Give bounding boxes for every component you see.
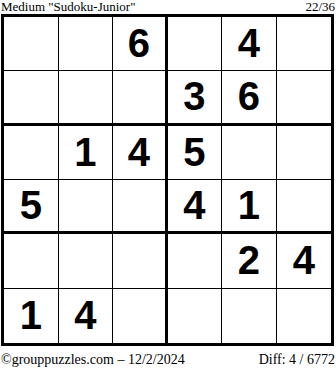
puzzle-header: Medium "Sudoku-Junior" 22/36 [0, 0, 336, 14]
cell-r5c2[interactable] [59, 234, 114, 288]
cell-r2c2[interactable] [59, 71, 114, 125]
cell-r1c5[interactable]: 4 [222, 17, 277, 71]
cell-r5c1[interactable] [4, 234, 59, 288]
cell-r2c5[interactable]: 6 [222, 71, 277, 125]
cell-r5c3[interactable] [113, 234, 168, 288]
cell-r3c1[interactable] [4, 126, 59, 180]
cell-r4c5[interactable]: 1 [222, 180, 277, 234]
cell-r2c1[interactable] [4, 71, 59, 125]
cell-r1c2[interactable] [59, 17, 114, 71]
copyright-text: ©grouppuzzles.com – 12/2/2024 [1, 353, 185, 367]
cell-r3c2[interactable]: 1 [59, 126, 114, 180]
cell-r6c6[interactable] [277, 289, 332, 343]
cell-r2c3[interactable] [113, 71, 168, 125]
cell-r6c2[interactable]: 4 [59, 289, 114, 343]
cell-r1c4[interactable] [168, 17, 223, 71]
cell-r5c5[interactable]: 2 [222, 234, 277, 288]
cell-r6c5[interactable] [222, 289, 277, 343]
cell-r5c4[interactable] [168, 234, 223, 288]
puzzle-page: Medium "Sudoku-Junior" 22/36 64361455412… [0, 0, 336, 370]
cell-r1c1[interactable] [4, 17, 59, 71]
cell-r5c6[interactable]: 4 [277, 234, 332, 288]
cell-r2c4[interactable]: 3 [168, 71, 223, 125]
cell-r3c5[interactable] [222, 126, 277, 180]
cell-r4c2[interactable] [59, 180, 114, 234]
puzzle-title: Medium "Sudoku-Junior" [1, 1, 135, 13]
cell-r6c4[interactable] [168, 289, 223, 343]
cell-r1c6[interactable] [277, 17, 332, 71]
cell-r2c6[interactable] [277, 71, 332, 125]
sudoku-board: 64361455412414 [1, 14, 334, 346]
difficulty-text: Diff: 4 / 6772 [259, 353, 335, 367]
givens-count: 22/36 [305, 1, 335, 13]
cell-r3c6[interactable] [277, 126, 332, 180]
cell-r1c3[interactable]: 6 [113, 17, 168, 71]
cell-r4c3[interactable] [113, 180, 168, 234]
cell-r4c6[interactable] [277, 180, 332, 234]
cell-r6c1[interactable]: 1 [4, 289, 59, 343]
puzzle-footer: ©grouppuzzles.com – 12/2/2024 Diff: 4 / … [0, 353, 336, 367]
cell-r4c1[interactable]: 5 [4, 180, 59, 234]
cell-r6c3[interactable] [113, 289, 168, 343]
cell-r4c4[interactable]: 4 [168, 180, 223, 234]
cell-r3c3[interactable]: 4 [113, 126, 168, 180]
cell-r3c4[interactable]: 5 [168, 126, 223, 180]
